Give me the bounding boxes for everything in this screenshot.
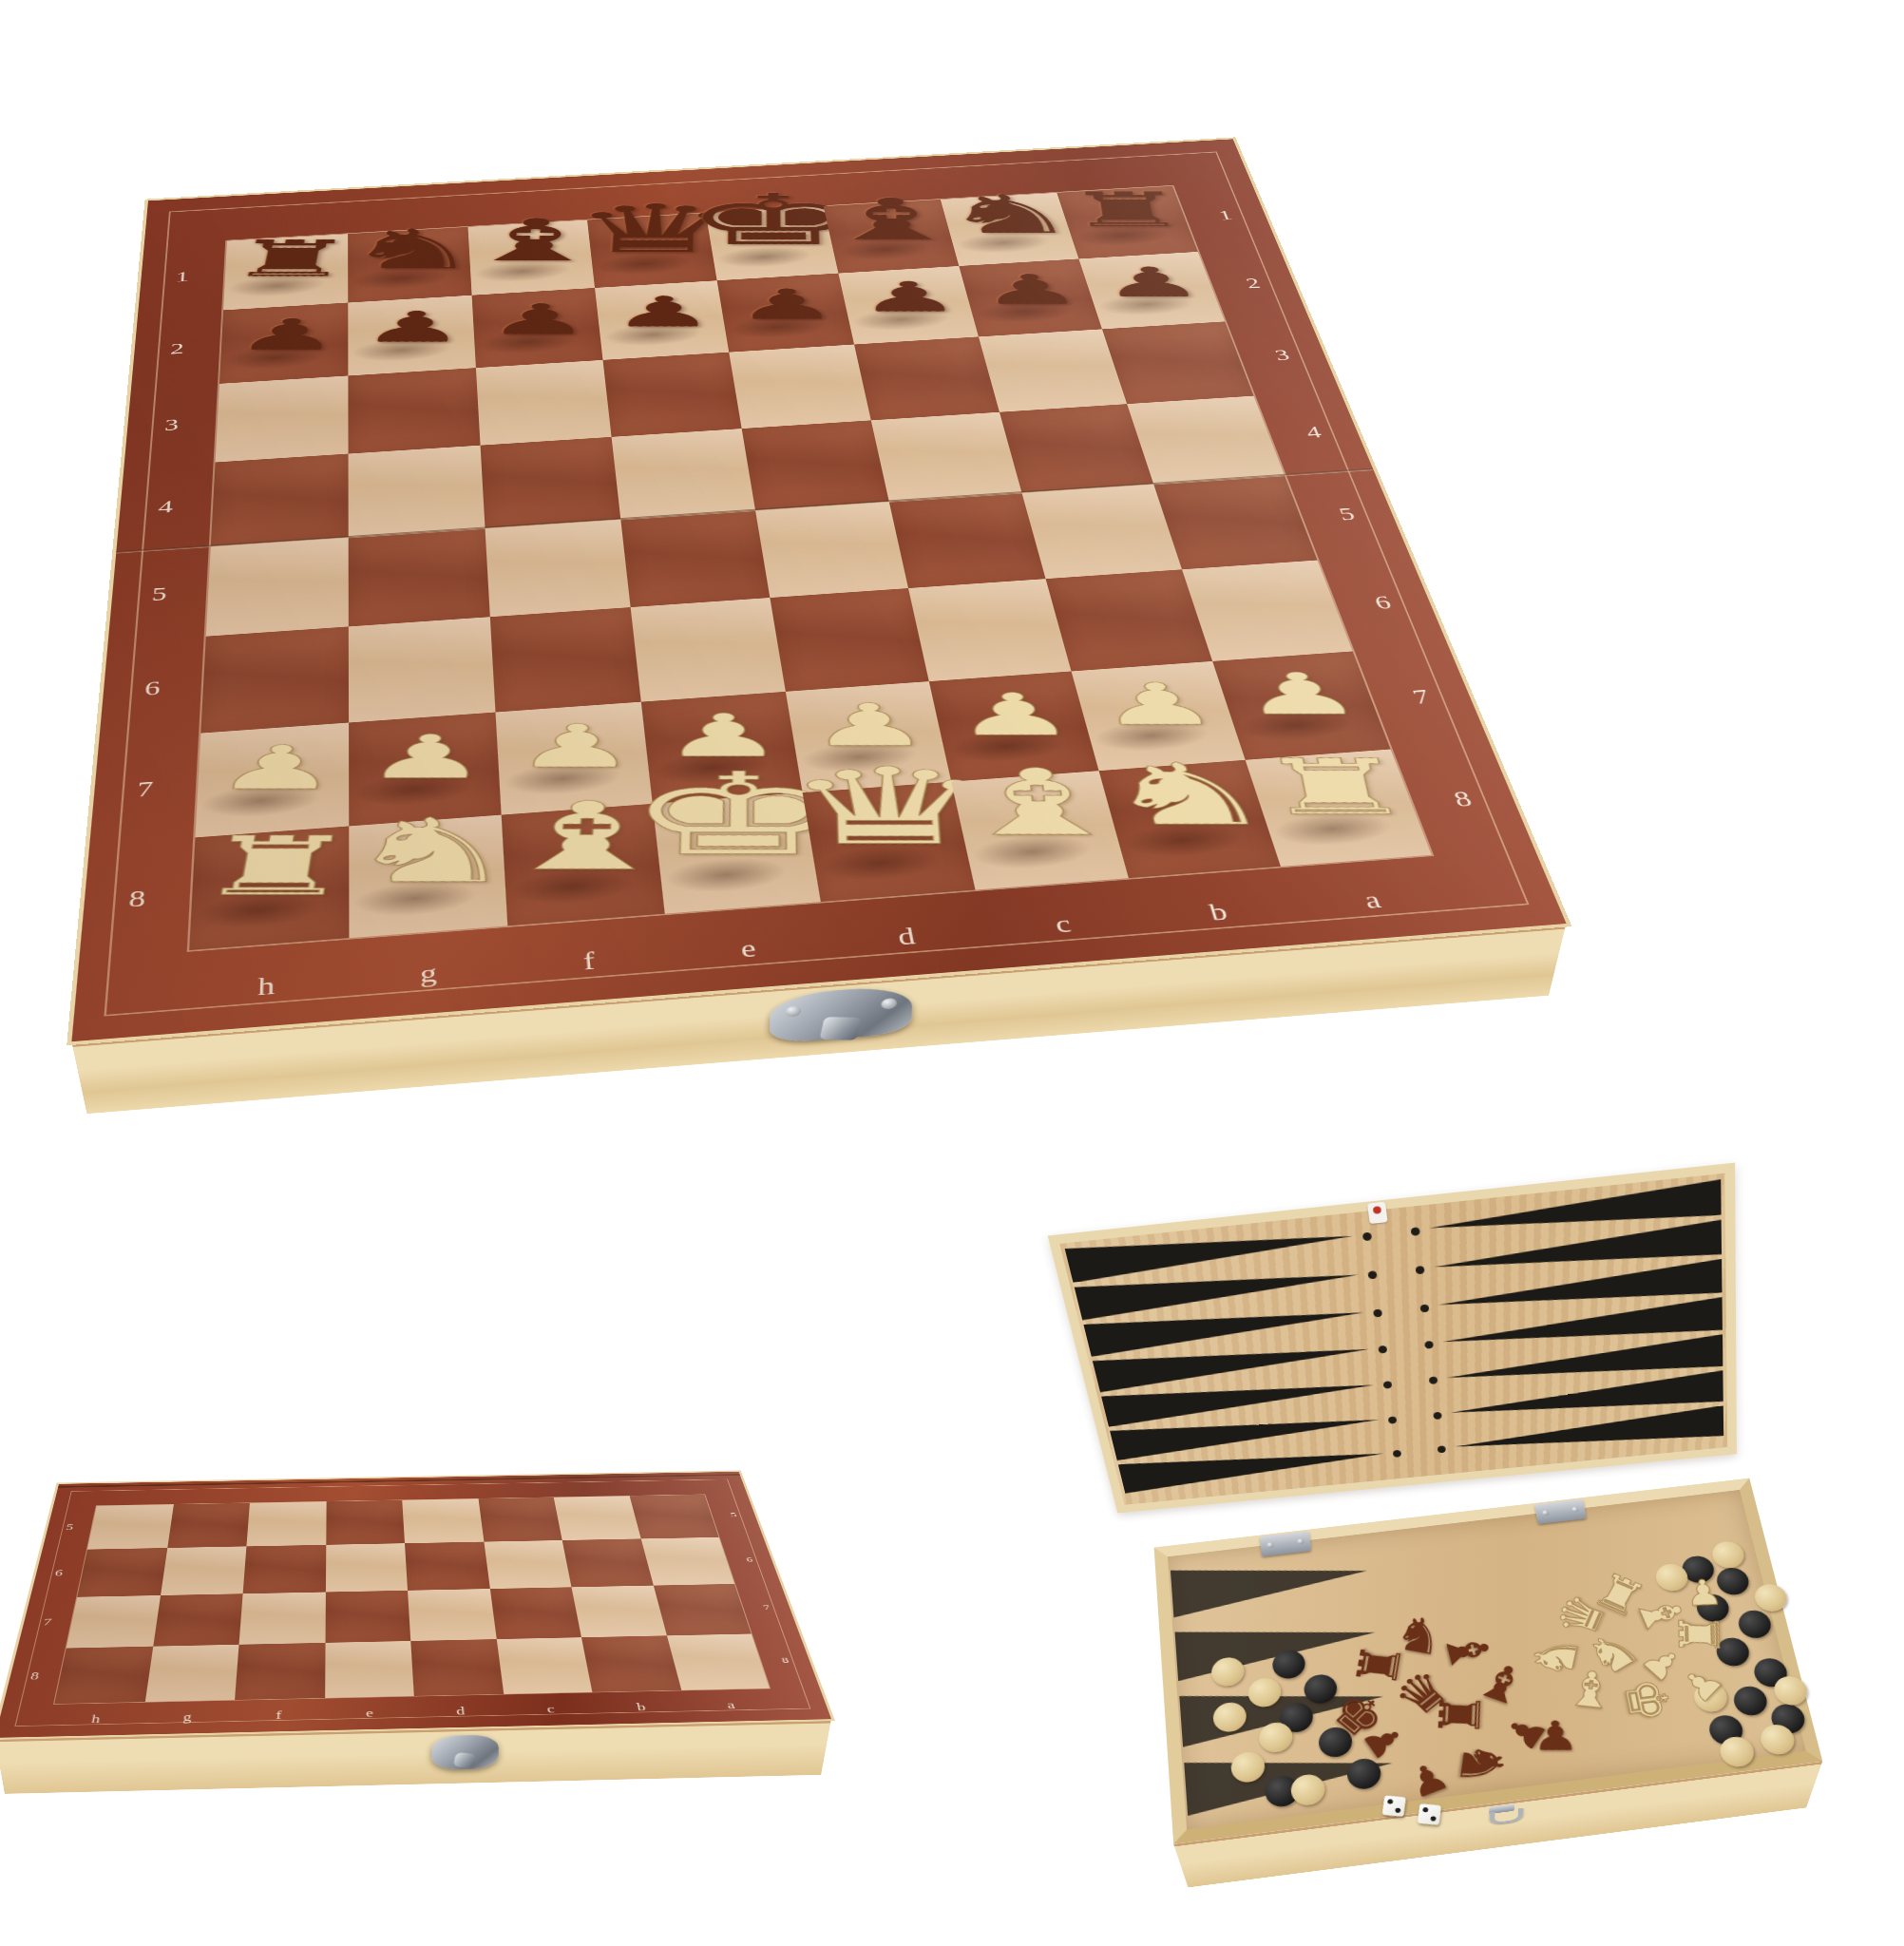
piece-glyph: ♟ xyxy=(1683,1574,1723,1611)
folded-square xyxy=(243,1545,326,1593)
latch-knob-icon[interactable] xyxy=(819,1017,862,1040)
hinge-icon xyxy=(1260,1531,1311,1556)
folded-square xyxy=(325,1543,408,1592)
folded-board-fold-seam xyxy=(58,1474,740,1487)
piece-pile-dark[interactable]: ♟ xyxy=(1526,1727,1571,1770)
piece-dark-pawn[interactable]: ♟ xyxy=(735,283,839,325)
checker-light[interactable] xyxy=(1752,1582,1790,1612)
checker-dark[interactable] xyxy=(1345,1757,1382,1791)
piece-dark-pawn[interactable]: ♟ xyxy=(857,276,962,317)
piece-glyph: ♝ xyxy=(1563,1663,1618,1717)
piece-light-king[interactable]: ♚ xyxy=(620,757,855,871)
piece-pile-dark[interactable]: ♜ xyxy=(1460,1708,1518,1765)
square-h7[interactable]: ♟ xyxy=(195,723,349,838)
main-board-3d: ♜♞♝♛♚♝♞♜♟♟♟♟♟♟♟♟♟♟♟♟♟♟♟♟♜♞♝♚♛♝♞♜ 1234567… xyxy=(71,139,1566,1041)
square-e7[interactable]: ♟ xyxy=(641,692,803,804)
square-d8[interactable]: ♛ xyxy=(803,782,976,902)
piece-glyph: ♝ xyxy=(1469,1653,1535,1715)
piece-glyph: ♞ xyxy=(1451,1739,1514,1790)
piece-shadow xyxy=(816,843,942,885)
folded-square xyxy=(410,1639,503,1696)
square-g4[interactable] xyxy=(349,446,486,538)
square-d2[interactable]: ♟ xyxy=(717,274,854,353)
folded-rank-label-right: 8 xyxy=(752,1633,820,1689)
folded-board-grid xyxy=(53,1494,771,1704)
folded-square xyxy=(489,1587,581,1639)
folded-file-label-bottom: c xyxy=(504,1692,600,1726)
square-e4[interactable] xyxy=(612,429,755,519)
checker-dark[interactable] xyxy=(1303,1673,1339,1706)
folded-square xyxy=(405,1542,489,1591)
rank-label-left: 7 xyxy=(89,734,199,846)
latch-hook-icon xyxy=(1490,1808,1523,1825)
piece-light-pawn[interactable]: ♟ xyxy=(362,727,493,787)
folded-square xyxy=(235,1643,325,1700)
piece-shadow xyxy=(968,831,1095,873)
piece-dark-pawn[interactable]: ♟ xyxy=(978,269,1085,310)
checker-dark[interactable] xyxy=(1264,1774,1300,1808)
piece-pile-dark[interactable]: ♝ xyxy=(1468,1645,1525,1699)
square-b2[interactable]: ♟ xyxy=(959,258,1102,336)
piece-glyph: ♟ xyxy=(1402,1755,1455,1804)
checker-light[interactable] xyxy=(1758,1723,1798,1756)
square-e2[interactable]: ♟ xyxy=(595,280,729,360)
folded-square xyxy=(67,1595,161,1649)
checker-dark[interactable] xyxy=(1731,1685,1770,1717)
folded-file-label-bottom: a xyxy=(682,1688,782,1722)
folded-square xyxy=(629,1495,718,1539)
backgammon-dot xyxy=(1416,1266,1425,1274)
checker-dark[interactable] xyxy=(1751,1656,1790,1688)
checker-light[interactable] xyxy=(1230,1750,1266,1784)
square-f8[interactable]: ♝ xyxy=(502,804,665,925)
square-e3[interactable] xyxy=(603,353,742,437)
checker-light[interactable] xyxy=(1717,1735,1757,1768)
file-label-bottom: b xyxy=(1130,868,1307,956)
square-h8[interactable]: ♜ xyxy=(189,826,349,950)
square-h2[interactable]: ♟ xyxy=(219,303,348,384)
piece-pile-dark[interactable]: ♛ xyxy=(1422,1688,1479,1743)
square-f6[interactable] xyxy=(490,607,641,712)
tray-backgammon-point xyxy=(1179,1671,1387,1747)
piece-light-pawn[interactable]: ♟ xyxy=(1235,665,1368,722)
piece-pile-light[interactable]: ♝ xyxy=(1590,1684,1650,1739)
folded-rank-label-left: 6 xyxy=(30,1550,86,1598)
square-g7[interactable]: ♟ xyxy=(349,713,502,827)
folded-square xyxy=(496,1637,592,1694)
checker-dark[interactable] xyxy=(1279,1701,1315,1734)
piece-glyph: ♝ xyxy=(1436,1625,1500,1677)
piece-light-rook[interactable]: ♜ xyxy=(1250,749,1423,826)
folded-square xyxy=(402,1498,484,1543)
folded-square xyxy=(87,1504,174,1549)
folded-square xyxy=(54,1646,153,1704)
piece-pile-light[interactable]: ♟ xyxy=(1702,1680,1747,1722)
square-f3[interactable] xyxy=(476,360,612,446)
checker-light[interactable] xyxy=(1247,1676,1282,1708)
backgammon-dot xyxy=(1393,1450,1402,1458)
file-label-bottom: d xyxy=(821,891,993,982)
piece-shadow xyxy=(352,770,472,810)
square-c3[interactable] xyxy=(854,336,1000,420)
folded-file-label-bottom: h xyxy=(47,1703,144,1737)
backgammon-dot xyxy=(1388,1416,1398,1423)
piece-glyph: ♚ xyxy=(1321,1682,1396,1748)
folded-board-latch[interactable] xyxy=(432,1735,500,1770)
square-a6[interactable] xyxy=(1182,561,1353,661)
folded-file-label-bottom: g xyxy=(139,1701,234,1735)
folded-board-scene: 56785678hgfedcba xyxy=(32,1374,783,1806)
lid-latch-keeper-icon xyxy=(1367,1202,1388,1224)
backgammon-dot xyxy=(1438,1445,1446,1453)
piece-glyph: ♟ xyxy=(1673,1660,1730,1709)
rank-label-left: 6 xyxy=(99,637,203,741)
piece-dark-pawn[interactable]: ♟ xyxy=(1097,261,1207,302)
open-box-lid-scene xyxy=(1078,1188,1734,1511)
piece-shadow xyxy=(799,737,921,776)
square-b8[interactable]: ♞ xyxy=(1099,760,1281,878)
folded-square xyxy=(653,1584,751,1636)
folded-square xyxy=(326,1500,405,1545)
backgammon-dot xyxy=(1367,1270,1377,1279)
piece-dark-knight[interactable]: ♞ xyxy=(339,221,486,277)
folded-square xyxy=(562,1539,654,1587)
rank-label-left: 8 xyxy=(79,839,193,961)
folded-square xyxy=(239,1592,326,1644)
piece-light-rook[interactable]: ♜ xyxy=(189,826,364,907)
square-h1[interactable]: ♜ xyxy=(223,234,348,310)
square-e6[interactable] xyxy=(631,598,786,702)
checker-dark[interactable] xyxy=(1271,1649,1306,1681)
piece-shadow xyxy=(1090,716,1213,754)
square-b4[interactable] xyxy=(1000,404,1153,492)
square-d3[interactable] xyxy=(729,345,871,429)
folded-square xyxy=(554,1496,641,1540)
backgammon-dot xyxy=(1383,1382,1393,1390)
piece-pile-dark[interactable]: ♝ xyxy=(1502,1677,1560,1732)
backgammon-dot xyxy=(1433,1412,1442,1420)
square-f5[interactable] xyxy=(486,519,631,617)
square-e8[interactable]: ♚ xyxy=(653,792,821,913)
folded-square xyxy=(325,1591,410,1643)
piece-pile-dark[interactable]: ♚ xyxy=(1359,1708,1416,1765)
checker-light[interactable] xyxy=(1709,1540,1746,1570)
piece-shadow xyxy=(509,866,635,908)
checker-light[interactable] xyxy=(1691,1681,1730,1713)
square-h3[interactable] xyxy=(216,375,349,462)
square-g8[interactable]: ♞ xyxy=(349,815,507,939)
square-a7[interactable]: ♟ xyxy=(1212,651,1390,759)
main-board: ♜♞♝♛♚♝♞♜♟♟♟♟♟♟♟♟♟♟♟♟♟♟♟♟♜♞♝♚♛♝♞♜ 1234567… xyxy=(71,139,1566,1041)
checker-light[interactable] xyxy=(1258,1721,1294,1754)
main-board-scene: ♜♞♝♛♚♝♞♜♟♟♟♟♟♟♟♟♟♟♟♟♟♟♟♟♜♞♝♚♛♝♞♜ 1234567… xyxy=(124,0,1387,1142)
square-b6[interactable] xyxy=(1046,569,1213,671)
piece-shadow xyxy=(1234,706,1358,744)
checker-dark[interactable] xyxy=(1317,1726,1353,1759)
piece-glyph: ♜ xyxy=(1431,1691,1489,1738)
folded-square xyxy=(161,1547,247,1595)
backgammon-dot xyxy=(1373,1308,1382,1317)
piece-shadow xyxy=(1268,809,1398,849)
square-f7[interactable]: ♟ xyxy=(496,702,653,815)
file-label-bottom: a xyxy=(1283,856,1463,944)
main-board-latch[interactable] xyxy=(770,984,913,1044)
file-label-bottom: e xyxy=(664,904,833,995)
square-c8[interactable]: ♝ xyxy=(951,771,1129,889)
piece-dark-rook[interactable]: ♜ xyxy=(222,234,359,284)
piece-pile-light[interactable]: ♞ xyxy=(1555,1650,1613,1705)
rank-label-left: 4 xyxy=(116,462,213,552)
backgammon-dot xyxy=(1378,1345,1387,1354)
piece-shadow xyxy=(195,888,320,931)
square-a8[interactable]: ♜ xyxy=(1246,750,1432,867)
piece-shadow xyxy=(200,781,321,821)
piece-dark-pawn[interactable]: ♟ xyxy=(232,313,345,355)
file-label-bottom: g xyxy=(348,927,511,1020)
tray-backgammon-point xyxy=(1184,1737,1396,1816)
folded-file-label-bottom: b xyxy=(593,1690,691,1724)
folded-rank-label-right: 7 xyxy=(735,1583,799,1634)
rank-label-left: 1 xyxy=(138,240,225,315)
piece-light-pawn[interactable]: ♟ xyxy=(210,737,345,798)
square-b7[interactable]: ♟ xyxy=(1072,661,1246,771)
piece-dark-pawn[interactable]: ♟ xyxy=(486,298,593,340)
folded-square xyxy=(153,1593,243,1647)
square-a2[interactable]: ♟ xyxy=(1078,252,1225,329)
hinge-icon xyxy=(1534,1499,1587,1524)
piece-light-pawn[interactable]: ♟ xyxy=(1094,675,1224,733)
square-h4[interactable] xyxy=(211,454,349,546)
piece-glyph: ♟ xyxy=(1355,1717,1412,1766)
backgammon-dot xyxy=(1411,1227,1420,1236)
square-d6[interactable] xyxy=(770,588,928,692)
square-g2[interactable]: ♟ xyxy=(348,296,476,376)
tray-backgammon-point xyxy=(1171,1548,1370,1618)
piece-shadow xyxy=(663,854,790,896)
folded-square xyxy=(666,1633,769,1689)
piece-pile-light[interactable]: ♚ xyxy=(1647,1694,1707,1749)
backgammon-point xyxy=(1453,1405,1723,1461)
rank-label-left: 2 xyxy=(131,310,221,389)
square-c6[interactable] xyxy=(908,579,1072,681)
die[interactable] xyxy=(1381,1795,1406,1817)
piece-pile-light[interactable]: ♟ xyxy=(1663,1659,1708,1700)
folded-square xyxy=(581,1635,681,1692)
open-box-base-3d: ♜♞♝♛♟♜♝♟♞♟♚♛♜♝♞♟♜♝♟♚♟♞♟ xyxy=(1154,1479,1823,1844)
tray-backgammon-point xyxy=(1175,1609,1379,1681)
folded-square xyxy=(571,1585,666,1637)
piece-shadow xyxy=(651,749,772,788)
rank-label-left: 3 xyxy=(124,383,218,467)
piece-light-pawn[interactable]: ♟ xyxy=(951,685,1078,743)
square-d5[interactable] xyxy=(755,502,908,598)
checker-light[interactable] xyxy=(1212,1701,1247,1734)
piece-glyph: ♛ xyxy=(1385,1661,1459,1727)
folded-square xyxy=(640,1537,734,1585)
backgammon-dot xyxy=(1424,1341,1434,1349)
square-c7[interactable]: ♟ xyxy=(929,671,1099,781)
rank-label-left: 5 xyxy=(108,546,209,643)
square-g3[interactable] xyxy=(348,368,480,453)
square-f4[interactable] xyxy=(481,437,621,528)
backgammon-point xyxy=(1065,1218,1356,1283)
piece-light-knight[interactable]: ♞ xyxy=(1095,752,1282,837)
piece-pile-light[interactable]: ♟ xyxy=(1704,1589,1748,1628)
file-label-bottom: h xyxy=(182,940,348,1033)
piece-light-knight[interactable]: ♞ xyxy=(338,807,525,895)
folded-square xyxy=(167,1503,250,1548)
piece-dark-pawn[interactable]: ♟ xyxy=(359,305,469,348)
folded-square xyxy=(144,1645,238,1702)
open-box-latch-hook[interactable] xyxy=(1487,1803,1516,1824)
square-f2[interactable]: ♟ xyxy=(472,288,603,368)
piece-glyph: ♟ xyxy=(1497,1708,1554,1758)
piece-light-pawn[interactable]: ♟ xyxy=(661,706,786,765)
piece-shadow xyxy=(1119,820,1247,861)
square-e5[interactable] xyxy=(620,510,770,607)
square-c5[interactable] xyxy=(889,492,1046,588)
piece-shadow xyxy=(503,759,623,798)
piece-pile-light[interactable]: ♞ xyxy=(1612,1648,1671,1702)
piece-pile-dark[interactable]: ♟ xyxy=(1383,1737,1427,1780)
piece-glyph: ♞ xyxy=(1523,1631,1587,1684)
checker-light[interactable] xyxy=(1289,1773,1326,1807)
piece-light-bishop[interactable]: ♝ xyxy=(942,756,1138,849)
piece-pile-dark[interactable]: ♜ xyxy=(1380,1659,1436,1713)
folded-board: 56785678hgfedcba xyxy=(0,1472,831,1738)
piece-shadow xyxy=(353,877,478,920)
folded-board-labels: 56785678hgfedcba xyxy=(59,1472,739,1484)
checker-light[interactable] xyxy=(1210,1656,1246,1688)
square-h6[interactable] xyxy=(200,626,349,733)
piece-glyph: ♚ xyxy=(1615,1675,1680,1726)
folded-file-label-bottom: e xyxy=(324,1697,416,1731)
piece-dark-rook[interactable]: ♜ xyxy=(1061,186,1193,234)
open-box-base-scene: ♜♞♝♛♟♜♝♟♞♟♚♛♜♝♞♟♜♝♟♚♟♞♟ xyxy=(1164,1482,1791,1820)
folded-square xyxy=(77,1548,166,1596)
folded-square xyxy=(325,1641,414,1698)
piece-shadow xyxy=(945,727,1068,765)
backgammon-dot xyxy=(1362,1231,1372,1241)
backgammon-dot xyxy=(1429,1377,1438,1385)
backgammon-dot xyxy=(1419,1304,1429,1312)
piece-dark-pawn[interactable]: ♟ xyxy=(611,291,716,333)
folded-file-label-bottom: d xyxy=(414,1694,508,1727)
piece-light-pawn[interactable]: ♟ xyxy=(808,696,932,754)
square-c2[interactable]: ♟ xyxy=(838,266,979,345)
square-g6[interactable] xyxy=(349,617,496,722)
piece-light-pawn[interactable]: ♟ xyxy=(512,716,639,776)
checker-dark[interactable] xyxy=(1706,1713,1745,1746)
folded-file-label-bottom: f xyxy=(232,1699,324,1733)
square-d7[interactable]: ♟ xyxy=(786,681,951,792)
piece-light-bishop[interactable]: ♝ xyxy=(487,790,681,884)
file-label-bottom: c xyxy=(976,880,1151,969)
folded-board-3d: 56785678hgfedcba xyxy=(0,1472,831,1738)
square-h5[interactable] xyxy=(206,537,349,636)
square-d4[interactable] xyxy=(742,420,889,510)
checker-light[interactable] xyxy=(1771,1674,1810,1707)
checker-dark[interactable] xyxy=(1768,1703,1808,1736)
square-b3[interactable] xyxy=(979,329,1127,411)
folded-square xyxy=(484,1540,571,1589)
folded-square xyxy=(246,1501,326,1546)
open-box-lid-backgammon xyxy=(1048,1163,1737,1514)
folded-square xyxy=(478,1498,562,1542)
piece-light-queen[interactable]: ♛ xyxy=(781,754,1000,860)
square-g5[interactable] xyxy=(349,528,490,627)
square-c4[interactable] xyxy=(871,412,1022,502)
square-f1[interactable]: ♝ xyxy=(468,220,596,296)
square-g1[interactable]: ♞ xyxy=(348,227,471,303)
folded-rank-label-left: 7 xyxy=(17,1596,76,1649)
piece-glyph: ♟ xyxy=(1532,1716,1580,1757)
folded-square xyxy=(408,1589,496,1641)
folded-rank-label-left: 8 xyxy=(3,1649,66,1706)
file-label-bottom: f xyxy=(506,915,673,1006)
